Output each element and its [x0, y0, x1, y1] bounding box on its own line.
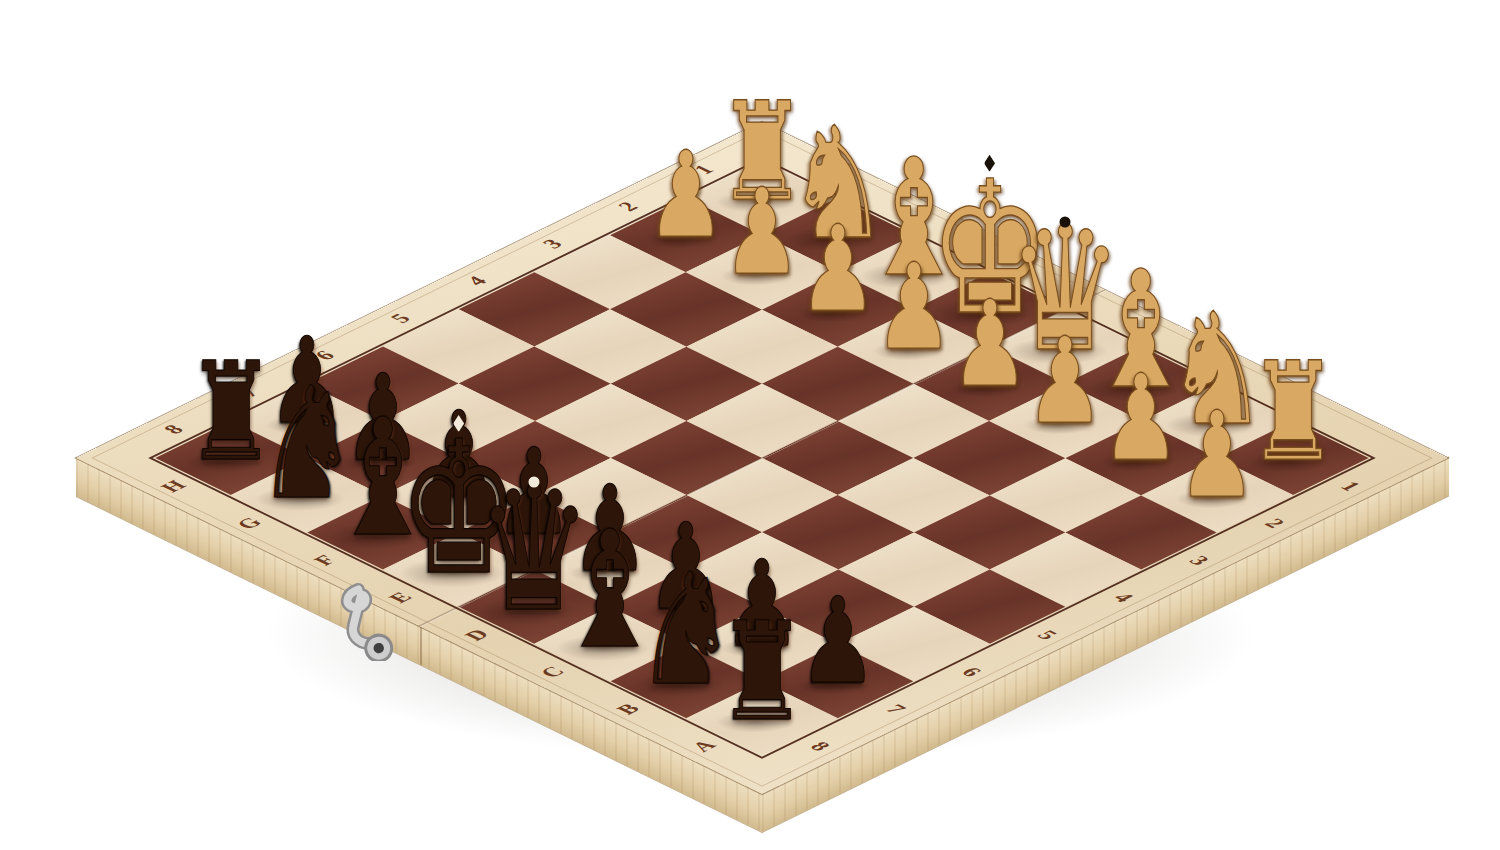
page: { "game": "chess", "scene": "wooden fold… [0, 0, 1500, 850]
metal-clasp [333, 581, 411, 661]
piece-white-pawn-f2[interactable]: ♟ [798, 210, 877, 329]
white-queen-finial [1060, 216, 1071, 227]
piece-white-pawn-g2[interactable]: ♟ [723, 173, 802, 292]
piece-white-pawn-e2[interactable]: ♟ [874, 248, 953, 367]
piece-white-pawn-a2[interactable]: ♟ [1178, 396, 1257, 515]
piece-black-rook-a8[interactable]: ♜ [717, 605, 807, 741]
piece-white-rook-a1[interactable]: ♜ [1248, 345, 1338, 481]
piece-white-pawn-h2[interactable]: ♟ [647, 136, 726, 255]
pieces-layer: ♜♞♝♛♚♝♞♜♟♟♟♟♟♟♟♟♜♞♝♛♚♝♞♜♟♟♟♟♟♟♟♟ [0, 0, 1500, 850]
chess-set-photo: HGFEDCBA1234567812345678 ♜♞♝♛♚♝♞♜♟♟♟♟♟♟♟… [0, 0, 1500, 850]
piece-white-pawn-c2[interactable]: ♟ [1026, 322, 1105, 441]
black-queen-finial [529, 476, 540, 487]
piece-white-pawn-d2[interactable]: ♟ [950, 285, 1029, 404]
piece-white-pawn-b2[interactable]: ♟ [1102, 359, 1181, 478]
piece-black-pawn-a7[interactable]: ♟ [798, 582, 877, 701]
